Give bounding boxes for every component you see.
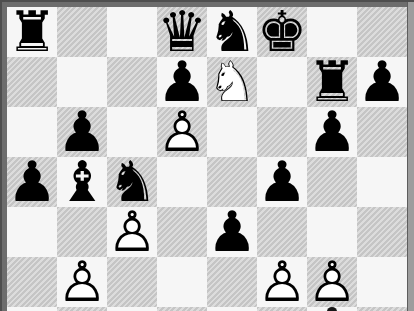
square-c2[interactable] [107,307,157,311]
square-f7[interactable] [257,57,307,107]
square-d6[interactable]: ♟♙ [157,107,207,157]
square-c4[interactable]: ♟♙ [107,207,157,257]
square-g3[interactable]: ♟♙ [307,257,357,307]
white-pawn-g3: ♟♙ [307,257,357,307]
black-pawn-g6: ♟ [307,107,357,157]
black-pawn-e4: ♟ [207,207,257,257]
black-king-f8: ♚ [257,7,307,57]
square-e4[interactable]: ♟ [207,207,257,257]
square-b8[interactable] [57,7,107,57]
square-e7[interactable]: ♞♘ [207,57,257,107]
black-pawn-h7: ♟ [357,57,407,107]
square-f8[interactable]: ♚ [257,7,307,57]
square-e2[interactable] [207,307,257,311]
square-d4[interactable] [157,207,207,257]
square-c3[interactable] [107,257,157,307]
square-b2[interactable] [57,307,107,311]
square-h6[interactable] [357,107,407,157]
black-rook-a8: ♜ [7,7,57,57]
white-pawn-d6: ♟♙ [157,107,207,157]
square-a4[interactable] [7,207,57,257]
square-h5[interactable] [357,157,407,207]
square-c7[interactable] [107,57,157,107]
square-e3[interactable] [207,257,257,307]
white-pawn-b3: ♟♙ [57,257,107,307]
square-f3[interactable]: ♟♙ [257,257,307,307]
square-d5[interactable] [157,157,207,207]
square-f5[interactable]: ♟ [257,157,307,207]
square-h4[interactable] [357,207,407,257]
white-pawn-c4: ♟♙ [107,207,157,257]
square-e6[interactable] [207,107,257,157]
square-h7[interactable]: ♟ [357,57,407,107]
chess-board: ♜♛♞♚♟♞♘♜♟♟♟♙♟♟♝♞♟♟♙♟♟♙♟♙♟♙ [7,7,407,311]
chess-diagram: ♜♛♞♚♟♞♘♜♟♟♟♙♟♟♝♞♟♟♙♟♟♙♟♙♟♙ [0,0,414,311]
board-frame-right [407,0,414,311]
square-c8[interactable] [107,7,157,57]
square-a5[interactable]: ♟ [7,157,57,207]
square-f2[interactable] [257,307,307,311]
white-knight-e7: ♞♘ [207,57,257,107]
square-a3[interactable] [7,257,57,307]
square-h3[interactable] [357,257,407,307]
square-g6[interactable]: ♟ [307,107,357,157]
square-b3[interactable]: ♟♙ [57,257,107,307]
black-pawn-a5: ♟ [7,157,57,207]
black-bishop-b5: ♝ [57,157,107,207]
square-b5[interactable]: ♝ [57,157,107,207]
partial-piece-top-g2 [327,307,337,311]
square-a2[interactable] [7,307,57,311]
square-g2[interactable] [307,307,357,311]
white-pawn-f3: ♟♙ [257,257,307,307]
square-d2[interactable] [157,307,207,311]
square-g5[interactable] [307,157,357,207]
black-pawn-f5: ♟ [257,157,307,207]
square-a7[interactable] [7,57,57,107]
square-a8[interactable]: ♜ [7,7,57,57]
square-d3[interactable] [157,257,207,307]
square-h2[interactable] [357,307,407,311]
